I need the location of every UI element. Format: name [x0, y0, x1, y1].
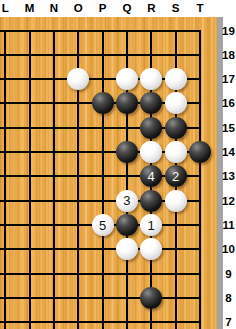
intersection-M17[interactable]	[17, 67, 41, 91]
grid-line-vertical	[4, 310, 6, 329]
grid-line-vertical	[150, 30, 152, 43]
grid-line-vertical	[199, 237, 201, 261]
intersection-Q16[interactable]	[115, 91, 139, 115]
intersection-P14[interactable]	[90, 140, 114, 164]
grid-line-vertical	[102, 116, 104, 140]
grid-line-vertical	[29, 43, 31, 67]
intersection-Q7[interactable]	[115, 310, 139, 329]
intersection-N16[interactable]	[42, 91, 66, 115]
intersection-R15[interactable]	[139, 116, 163, 140]
intersection-R9[interactable]	[139, 262, 163, 286]
grid-line-vertical	[4, 213, 6, 237]
intersection-T16[interactable]	[188, 91, 212, 115]
grid-line-vertical	[53, 91, 55, 115]
intersection-N11[interactable]	[42, 213, 66, 237]
grid-line-vertical	[77, 237, 79, 261]
grid-line-vertical	[77, 140, 79, 164]
intersection-S10[interactable]	[163, 237, 187, 261]
grid-line-vertical	[199, 116, 201, 140]
grid-line-vertical	[199, 67, 201, 91]
grid-line-vertical	[53, 116, 55, 140]
intersection-R17[interactable]	[139, 67, 163, 91]
intersection-S15[interactable]	[163, 116, 187, 140]
grid-line-vertical	[175, 213, 177, 237]
intersection-S11[interactable]	[163, 213, 187, 237]
intersection-S9[interactable]	[163, 262, 187, 286]
grid-line-vertical	[126, 30, 128, 43]
grid-line-vertical	[29, 30, 31, 43]
grid-line-vertical	[199, 310, 201, 329]
grid-line-vertical	[175, 286, 177, 310]
grid-line-horizontal	[0, 200, 17, 202]
black-stone-S13: 2	[165, 165, 187, 187]
board-grid: 42351	[0, 18, 212, 329]
white-stone-Q17	[116, 68, 138, 90]
intersection-N12[interactable]	[42, 189, 66, 213]
grid-line-horizontal	[0, 248, 17, 250]
grid-line-vertical	[102, 30, 104, 43]
grid-line-vertical	[77, 43, 79, 67]
grid-line-vertical	[53, 140, 55, 164]
intersection-N10[interactable]	[42, 237, 66, 261]
intersection-P19[interactable]	[90, 18, 114, 42]
grid-line-horizontal	[0, 127, 17, 129]
grid-line-horizontal	[0, 54, 17, 56]
grid-line-vertical	[4, 91, 6, 115]
intersection-S16[interactable]	[163, 91, 187, 115]
intersection-M14[interactable]	[17, 140, 41, 164]
grid-line-vertical	[102, 164, 104, 188]
intersection-L16[interactable]	[0, 91, 17, 115]
grid-line-vertical	[102, 67, 104, 91]
intersection-L13[interactable]	[0, 164, 17, 188]
move-number: 1	[148, 219, 155, 232]
intersection-T15[interactable]	[188, 116, 212, 140]
intersection-Q9[interactable]	[115, 262, 139, 286]
intersection-R19[interactable]	[139, 18, 163, 42]
white-stone-S12	[165, 190, 187, 212]
row-label-13: 13	[221, 169, 236, 183]
black-stone-R13: 4	[140, 165, 162, 187]
column-label-M: M	[20, 1, 40, 16]
intersection-Q19[interactable]	[115, 18, 139, 42]
column-label-L: L	[0, 1, 15, 16]
column-label-T: T	[190, 1, 210, 16]
intersection-Q14[interactable]	[115, 140, 139, 164]
column-label-P: P	[93, 1, 113, 16]
intersection-T8[interactable]	[188, 286, 212, 310]
grid-line-vertical	[29, 262, 31, 286]
row-label-17: 17	[221, 72, 236, 86]
intersection-O15[interactable]	[66, 116, 90, 140]
grid-line-vertical	[77, 310, 79, 329]
column-label-Q: Q	[117, 1, 137, 16]
intersection-S13[interactable]: 2	[163, 164, 187, 188]
row-label-12: 12	[221, 194, 236, 208]
intersection-M16[interactable]	[17, 91, 41, 115]
grid-line-horizontal	[0, 30, 17, 32]
grid-line-vertical	[199, 91, 201, 115]
intersection-R16[interactable]	[139, 91, 163, 115]
intersection-L14[interactable]	[0, 140, 17, 164]
intersection-O17[interactable]	[66, 67, 90, 91]
black-stone-R15	[140, 117, 162, 139]
intersection-O13[interactable]	[66, 164, 90, 188]
intersection-Q11[interactable]	[115, 213, 139, 237]
grid-line-vertical	[126, 43, 128, 67]
row-label-9: 9	[221, 267, 236, 281]
white-stone-S16	[165, 92, 187, 114]
intersection-N19[interactable]	[42, 18, 66, 42]
intersection-L18[interactable]	[0, 43, 17, 67]
intersection-M19[interactable]	[17, 18, 41, 42]
intersection-R18[interactable]	[139, 43, 163, 67]
grid-line-vertical	[102, 140, 104, 164]
grid-line-vertical	[77, 213, 79, 237]
intersection-L8[interactable]	[0, 286, 17, 310]
intersection-N9[interactable]	[42, 262, 66, 286]
intersection-T18[interactable]	[188, 43, 212, 67]
row-label-15: 15	[221, 121, 236, 135]
white-stone-R11: 1	[140, 214, 162, 236]
row-label-11: 11	[221, 218, 236, 232]
row-label-14: 14	[221, 145, 236, 159]
grid-line-vertical	[77, 164, 79, 188]
white-stone-S17	[165, 68, 187, 90]
intersection-S8[interactable]	[163, 286, 187, 310]
row-label-8: 8	[221, 291, 236, 305]
white-stone-O17	[67, 68, 89, 90]
white-stone-Q10	[116, 238, 138, 260]
intersection-N17[interactable]	[42, 67, 66, 91]
white-stone-R14	[140, 141, 162, 163]
white-stone-R10	[140, 238, 162, 260]
intersection-P18[interactable]	[90, 43, 114, 67]
white-stone-R17	[140, 68, 162, 90]
intersection-T13[interactable]	[188, 164, 212, 188]
grid-line-vertical	[175, 310, 177, 329]
grid-line-vertical	[175, 30, 177, 43]
move-number: 3	[123, 194, 130, 207]
intersection-O16[interactable]	[66, 91, 90, 115]
grid-line-vertical	[77, 91, 79, 115]
row-label-18: 18	[221, 48, 236, 62]
intersection-P12[interactable]	[90, 189, 114, 213]
row-label-19: 19	[221, 24, 236, 38]
grid-line-vertical	[4, 164, 6, 188]
grid-line-vertical	[53, 237, 55, 261]
intersection-T10[interactable]	[188, 237, 212, 261]
grid-line-vertical	[150, 262, 152, 286]
intersection-O11[interactable]	[66, 213, 90, 237]
grid-line-vertical	[4, 116, 6, 140]
white-stone-Q12: 3	[116, 190, 138, 212]
intersection-O14[interactable]	[66, 140, 90, 164]
black-stone-Q11	[116, 214, 138, 236]
black-stone-S15	[165, 117, 187, 139]
intersection-M11[interactable]	[17, 213, 41, 237]
grid-line-vertical	[4, 67, 6, 91]
grid-line-vertical	[102, 310, 104, 329]
grid-line-vertical	[126, 262, 128, 286]
grid-line-vertical	[53, 189, 55, 213]
grid-line-vertical	[4, 189, 6, 213]
black-stone-P16	[92, 92, 114, 114]
grid-line-horizontal	[0, 321, 17, 323]
intersection-P9[interactable]	[90, 262, 114, 286]
intersection-S14[interactable]	[163, 140, 187, 164]
grid-line-vertical	[77, 189, 79, 213]
grid-line-horizontal	[0, 151, 17, 153]
intersection-P11[interactable]: 5	[90, 213, 114, 237]
grid-line-vertical	[150, 310, 152, 329]
intersection-P16[interactable]	[90, 91, 114, 115]
column-label-S: S	[166, 1, 186, 16]
grid-line-vertical	[29, 140, 31, 164]
grid-line-horizontal	[0, 175, 17, 177]
intersection-N15[interactable]	[42, 116, 66, 140]
grid-line-vertical	[29, 310, 31, 329]
column-label-N: N	[44, 1, 64, 16]
intersection-P8[interactable]	[90, 286, 114, 310]
intersection-O19[interactable]	[66, 18, 90, 42]
black-stone-R12	[140, 190, 162, 212]
grid-line-vertical	[53, 310, 55, 329]
grid-line-vertical	[199, 213, 201, 237]
grid-line-vertical	[29, 116, 31, 140]
column-label-R: R	[141, 1, 161, 16]
grid-line-vertical	[150, 43, 152, 67]
grid-line-vertical	[102, 43, 104, 67]
intersection-O10[interactable]	[66, 237, 90, 261]
grid-line-vertical	[53, 30, 55, 43]
intersection-M10[interactable]	[17, 237, 41, 261]
grid-line-vertical	[199, 286, 201, 310]
intersection-N8[interactable]	[42, 286, 66, 310]
intersection-P15[interactable]	[90, 116, 114, 140]
grid-line-vertical	[126, 116, 128, 140]
grid-line-vertical	[102, 237, 104, 261]
intersection-T17[interactable]	[188, 67, 212, 91]
intersection-S19[interactable]	[163, 18, 187, 42]
intersection-R7[interactable]	[139, 310, 163, 329]
intersection-L19[interactable]	[0, 18, 17, 42]
grid-line-vertical	[199, 30, 201, 43]
intersection-N14[interactable]	[42, 140, 66, 164]
intersection-O9[interactable]	[66, 262, 90, 286]
grid-line-vertical	[29, 91, 31, 115]
intersection-M15[interactable]	[17, 116, 41, 140]
grid-line-vertical	[29, 213, 31, 237]
row-label-7: 7	[221, 315, 236, 329]
grid-line-vertical	[126, 310, 128, 329]
grid-line-vertical	[53, 67, 55, 91]
grid-line-vertical	[4, 286, 6, 310]
intersection-T19[interactable]	[188, 18, 212, 42]
intersection-Q17[interactable]	[115, 67, 139, 91]
intersection-M9[interactable]	[17, 262, 41, 286]
grid-line-vertical	[102, 189, 104, 213]
grid-line-vertical	[29, 67, 31, 91]
intersection-Q18[interactable]	[115, 43, 139, 67]
grid-line-vertical	[4, 262, 6, 286]
grid-line-vertical	[29, 164, 31, 188]
intersection-P13[interactable]	[90, 164, 114, 188]
intersection-P10[interactable]	[90, 237, 114, 261]
grid-line-vertical	[77, 286, 79, 310]
move-number: 2	[172, 170, 179, 183]
grid-line-vertical	[4, 43, 6, 67]
intersection-N13[interactable]	[42, 164, 66, 188]
intersection-L17[interactable]	[0, 67, 17, 91]
grid-line-vertical	[53, 286, 55, 310]
grid-line-vertical	[102, 262, 104, 286]
intersection-Q10[interactable]	[115, 237, 139, 261]
intersection-P17[interactable]	[90, 67, 114, 91]
white-stone-P11: 5	[92, 214, 114, 236]
intersection-N7[interactable]	[42, 310, 66, 329]
white-stone-S14	[165, 141, 187, 163]
intersection-O7[interactable]	[66, 310, 90, 329]
grid-line-vertical	[102, 286, 104, 310]
black-stone-Q14	[116, 141, 138, 163]
grid-line-vertical	[29, 237, 31, 261]
intersection-T14[interactable]	[188, 140, 212, 164]
intersection-T7[interactable]	[188, 310, 212, 329]
grid-line-vertical	[4, 140, 6, 164]
grid-line-vertical	[29, 286, 31, 310]
grid-line-vertical	[199, 262, 201, 286]
grid-line-vertical	[4, 30, 6, 43]
intersection-R11[interactable]: 1	[139, 213, 163, 237]
grid-line-horizontal	[0, 102, 17, 104]
intersection-Q12[interactable]: 3	[115, 189, 139, 213]
intersection-O12[interactable]	[66, 189, 90, 213]
grid-line-horizontal	[0, 78, 17, 80]
intersection-T11[interactable]	[188, 213, 212, 237]
intersection-L9[interactable]	[0, 262, 17, 286]
black-stone-T14	[189, 141, 211, 163]
intersection-R14[interactable]	[139, 140, 163, 164]
go-diagram: LMNOPQRST 42351 19181716151413121110987	[0, 0, 236, 329]
grid-line-vertical	[199, 164, 201, 188]
grid-line-vertical	[4, 237, 6, 261]
intersection-M8[interactable]	[17, 286, 41, 310]
intersection-Q8[interactable]	[115, 286, 139, 310]
intersection-T12[interactable]	[188, 189, 212, 213]
grid-line-horizontal	[0, 273, 17, 275]
intersection-L12[interactable]	[0, 189, 17, 213]
intersection-T9[interactable]	[188, 262, 212, 286]
intersection-S17[interactable]	[163, 67, 187, 91]
intersection-O18[interactable]	[66, 43, 90, 67]
row-label-16: 16	[221, 96, 236, 110]
black-stone-R16	[140, 92, 162, 114]
grid-line-vertical	[77, 30, 79, 43]
intersection-R13[interactable]: 4	[139, 164, 163, 188]
black-stone-R8	[140, 287, 162, 309]
grid-line-vertical	[77, 262, 79, 286]
row-label-10: 10	[221, 242, 236, 256]
intersection-Q13[interactable]	[115, 164, 139, 188]
grid-line-horizontal	[0, 297, 17, 299]
grid-line-vertical	[126, 286, 128, 310]
grid-line-vertical	[175, 43, 177, 67]
column-label-O: O	[68, 1, 88, 16]
grid-line-vertical	[199, 43, 201, 67]
intersection-S7[interactable]	[163, 310, 187, 329]
intersection-N18[interactable]	[42, 43, 66, 67]
move-number: 4	[148, 170, 155, 183]
intersection-O8[interactable]	[66, 286, 90, 310]
grid-line-vertical	[29, 189, 31, 213]
grid-line-horizontal	[0, 224, 17, 226]
go-board: 42351	[0, 17, 217, 329]
intersection-R8[interactable]	[139, 286, 163, 310]
intersection-R10[interactable]	[139, 237, 163, 261]
grid-line-vertical	[199, 189, 201, 213]
intersection-M12[interactable]	[17, 189, 41, 213]
intersection-L15[interactable]	[0, 116, 17, 140]
grid-line-vertical	[53, 262, 55, 286]
black-stone-Q16	[116, 92, 138, 114]
intersection-M13[interactable]	[17, 164, 41, 188]
intersection-M7[interactable]	[17, 310, 41, 329]
grid-line-vertical	[126, 164, 128, 188]
grid-line-vertical	[53, 43, 55, 67]
intersection-S12[interactable]	[163, 189, 187, 213]
intersection-R12[interactable]	[139, 189, 163, 213]
intersection-P7[interactable]	[90, 310, 114, 329]
grid-line-vertical	[53, 213, 55, 237]
intersection-L10[interactable]	[0, 237, 17, 261]
intersection-Q15[interactable]	[115, 116, 139, 140]
move-number: 5	[99, 219, 106, 232]
grid-line-vertical	[175, 237, 177, 261]
intersection-L7[interactable]	[0, 310, 17, 329]
grid-line-vertical	[175, 262, 177, 286]
intersection-M18[interactable]	[17, 43, 41, 67]
grid-line-vertical	[53, 164, 55, 188]
intersection-S18[interactable]	[163, 43, 187, 67]
grid-line-vertical	[77, 116, 79, 140]
intersection-L11[interactable]	[0, 213, 17, 237]
